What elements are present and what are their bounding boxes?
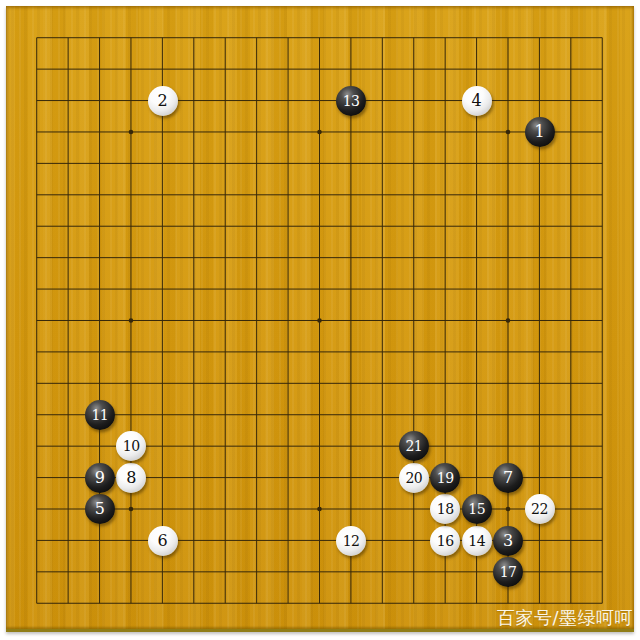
move-number: 8 — [126, 469, 136, 485]
stone-14-white[interactable]: 14 — [462, 526, 492, 556]
stone-1-black[interactable]: 1 — [525, 117, 555, 147]
stone-2-white[interactable]: 2 — [148, 86, 178, 116]
move-number: 13 — [343, 93, 360, 107]
board-grid-area: 12345678910111213141516171819202122 — [21, 22, 618, 619]
move-number: 9 — [95, 469, 105, 485]
intersection-C4: 5 — [84, 493, 115, 524]
move-number: 4 — [472, 92, 482, 108]
intersection-Q5: 7 — [492, 462, 523, 493]
intersection-O4: 18 — [430, 493, 461, 524]
intersection-E17: 2 — [147, 85, 178, 116]
intersection-E3: 6 — [147, 525, 178, 556]
move-number: 2 — [158, 92, 168, 108]
intersection-O5: 19 — [430, 462, 461, 493]
move-number: 14 — [468, 533, 485, 547]
intersection-P4: 15 — [461, 493, 492, 524]
intersection-N5: 20 — [398, 462, 429, 493]
move-number: 11 — [91, 407, 108, 421]
stone-15-black[interactable]: 15 — [462, 494, 492, 524]
move-number: 1 — [534, 124, 544, 140]
intersection-D5: 8 — [116, 462, 147, 493]
watermark: 百家号/墨绿呵呵 — [497, 606, 633, 630]
intersection-Q3: 3 — [492, 525, 523, 556]
move-number: 21 — [405, 439, 422, 453]
stone-11-black[interactable]: 11 — [85, 400, 115, 430]
move-number: 5 — [95, 501, 105, 517]
intersection-R4: 22 — [524, 493, 555, 524]
stone-16-white[interactable]: 16 — [430, 526, 460, 556]
move-number: 15 — [468, 502, 485, 516]
stones-layer: 12345678910111213141516171819202122 — [21, 22, 618, 619]
intersection-L3: 12 — [335, 525, 366, 556]
move-number: 3 — [503, 532, 513, 548]
intersection-C5: 9 — [84, 462, 115, 493]
move-number: 20 — [405, 470, 422, 484]
stone-20-white[interactable]: 20 — [399, 463, 429, 493]
go-diagram: 12345678910111213141516171819202122 百家号/… — [0, 0, 640, 640]
stone-7-black[interactable]: 7 — [493, 463, 523, 493]
stone-4-white[interactable]: 4 — [462, 86, 492, 116]
move-number: 22 — [531, 502, 548, 516]
move-number: 16 — [437, 533, 454, 547]
stone-13-black[interactable]: 13 — [336, 86, 366, 116]
intersection-L17: 13 — [335, 85, 366, 116]
stone-10-white[interactable]: 10 — [116, 431, 146, 461]
intersection-D6: 10 — [116, 431, 147, 462]
stone-3-black[interactable]: 3 — [493, 526, 523, 556]
intersection-Q2: 17 — [492, 556, 523, 587]
move-number: 18 — [437, 502, 454, 516]
stone-19-black[interactable]: 19 — [430, 463, 460, 493]
stone-8-white[interactable]: 8 — [116, 463, 146, 493]
stone-9-black[interactable]: 9 — [85, 463, 115, 493]
move-number: 6 — [158, 532, 168, 548]
intersection-P3: 14 — [461, 525, 492, 556]
move-number: 17 — [500, 564, 517, 578]
move-number: 7 — [503, 469, 513, 485]
intersection-N6: 21 — [398, 431, 429, 462]
intersection-C7: 11 — [84, 399, 115, 430]
intersection-R16: 1 — [524, 117, 555, 148]
stone-5-black[interactable]: 5 — [85, 494, 115, 524]
move-number: 19 — [437, 470, 454, 484]
intersection-P17: 4 — [461, 85, 492, 116]
stone-17-black[interactable]: 17 — [493, 557, 523, 587]
stone-22-white[interactable]: 22 — [525, 494, 555, 524]
move-number: 12 — [343, 533, 360, 547]
stone-6-white[interactable]: 6 — [148, 526, 178, 556]
stone-18-white[interactable]: 18 — [430, 494, 460, 524]
intersection-O3: 16 — [430, 525, 461, 556]
go-board[interactable]: 12345678910111213141516171819202122 — [6, 6, 634, 632]
stone-12-white[interactable]: 12 — [336, 526, 366, 556]
stone-21-black[interactable]: 21 — [399, 431, 429, 461]
move-number: 10 — [123, 439, 140, 453]
